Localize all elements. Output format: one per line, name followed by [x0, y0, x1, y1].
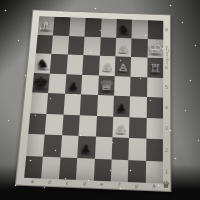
chess-board: ♗♞♙♔♞♙♙♖♚♟♕♟♙♟ abcdefgh 87654321 Checker… — [15, 10, 171, 192]
piece-black-pawn-c5[interactable]: ♟ — [68, 79, 79, 91]
square-g6[interactable] — [131, 57, 147, 77]
square-d8[interactable] — [85, 18, 102, 37]
square-c3[interactable] — [62, 114, 80, 136]
square-d6[interactable] — [82, 55, 99, 75]
square-a2[interactable] — [26, 134, 45, 156]
board-frame: ♗♞♙♔♞♙♙♖♚♟♕♟♙♟ abcdefgh 87654321 Checker… — [15, 10, 171, 192]
rank-label-4: 4 — [163, 98, 170, 119]
square-h3[interactable] — [146, 117, 163, 139]
square-e7[interactable] — [99, 37, 116, 56]
square-g5[interactable] — [130, 76, 147, 97]
square-d4[interactable] — [80, 94, 98, 115]
board-grid: ♗♞♙♔♞♙♙♖♚♟♕♟♙♟ — [24, 16, 163, 183]
square-e8[interactable] — [100, 18, 116, 37]
square-b4[interactable] — [47, 93, 65, 114]
square-a1[interactable] — [24, 155, 43, 178]
file-label-d: d — [76, 180, 94, 188]
square-b3[interactable] — [45, 114, 63, 136]
rank-labels: 87654321 — [163, 21, 170, 184]
rank-label-8: 8 — [163, 21, 170, 40]
piece-black-king-a5[interactable]: ♚ — [33, 72, 49, 90]
square-h8[interactable] — [147, 20, 163, 39]
square-b8[interactable] — [53, 17, 70, 36]
square-b7[interactable] — [52, 35, 69, 54]
piece-black-pawn-d2[interactable]: ♟ — [80, 142, 92, 155]
square-c6[interactable] — [66, 54, 83, 74]
square-c7[interactable] — [68, 36, 85, 55]
file-label-c: c — [58, 179, 76, 187]
square-d3[interactable] — [79, 115, 97, 137]
square-d7[interactable] — [84, 36, 101, 55]
square-h4[interactable] — [146, 97, 163, 118]
maker-emblem-icon: ♛ — [161, 179, 172, 191]
piece-white-pawn-f3[interactable]: ♙ — [115, 122, 127, 135]
rank-label-3: 3 — [163, 118, 170, 139]
file-label-f: f — [110, 181, 128, 189]
square-g8[interactable] — [132, 20, 148, 39]
piece-white-pawn-f6[interactable]: ♙ — [117, 61, 128, 73]
file-label-b: b — [41, 178, 59, 186]
square-a3[interactable] — [28, 113, 47, 135]
square-g4[interactable] — [130, 96, 147, 117]
photo-background: ♗♞♙♔♞♙♙♖♚♟♕♟♙♟ abcdefgh 87654321 Checker… — [0, 0, 200, 200]
brand-text: Checker — [165, 49, 170, 65]
square-e4[interactable] — [97, 95, 114, 116]
square-b6[interactable] — [50, 54, 67, 74]
square-h2[interactable] — [146, 139, 163, 161]
square-g1[interactable] — [128, 160, 146, 183]
rank-label-5: 5 — [163, 78, 170, 98]
file-label-e: e — [93, 181, 111, 189]
piece-white-queen-e5[interactable]: ♕ — [98, 75, 114, 93]
square-b1[interactable] — [41, 156, 60, 179]
piece-white-pawn-f7[interactable]: ♙ — [118, 42, 129, 54]
square-a7[interactable] — [36, 34, 53, 53]
piece-black-pawn-f4[interactable]: ♟ — [116, 101, 127, 114]
file-label-a: a — [23, 178, 41, 186]
piece-white-pawn-e6[interactable]: ♙ — [101, 60, 112, 72]
square-c2[interactable] — [60, 135, 78, 157]
piece-black-knight-a6[interactable]: ♞ — [36, 55, 49, 70]
square-f2[interactable] — [112, 137, 130, 159]
square-g2[interactable] — [129, 138, 146, 160]
square-h5[interactable] — [147, 77, 163, 98]
square-f1[interactable] — [111, 159, 129, 182]
square-e2[interactable] — [94, 137, 112, 159]
square-c4[interactable] — [63, 94, 81, 115]
square-e1[interactable] — [93, 158, 111, 181]
square-c1[interactable] — [59, 157, 78, 180]
piece-black-knight-f8[interactable]: ♞ — [118, 21, 131, 35]
file-label-g: g — [128, 182, 146, 190]
rank-label-2: 2 — [163, 139, 170, 161]
square-b5[interactable] — [48, 73, 66, 94]
square-c8[interactable] — [69, 17, 86, 36]
square-d1[interactable] — [76, 158, 94, 181]
piece-white-king-h7[interactable]: ♔ — [148, 38, 164, 56]
square-a4[interactable] — [30, 92, 48, 113]
square-f5[interactable] — [114, 76, 131, 97]
dust-speckles — [0, 0, 1, 1]
square-b2[interactable] — [43, 135, 62, 157]
square-g3[interactable] — [129, 117, 146, 139]
square-e3[interactable] — [95, 115, 113, 137]
piece-white-bishop-a8[interactable]: ♗ — [39, 17, 53, 32]
piece-white-rook-h6[interactable]: ♖ — [149, 61, 161, 75]
